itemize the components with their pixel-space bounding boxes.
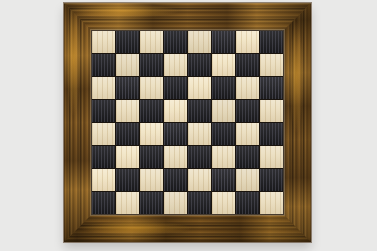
- board-frame-top: [64, 3, 311, 30]
- square-d6: [164, 77, 187, 99]
- board-frame-right: [284, 3, 311, 242]
- square-d8: [164, 31, 187, 53]
- board-frame-bottom: [64, 215, 311, 242]
- square-b8: [116, 31, 139, 53]
- square-d7: [164, 54, 187, 76]
- square-c8: [140, 31, 163, 53]
- square-e8: [188, 31, 211, 53]
- square-b7: [116, 54, 139, 76]
- square-b4: [116, 123, 139, 145]
- square-h5: [260, 100, 283, 122]
- square-f8: [212, 31, 235, 53]
- square-a1: [92, 192, 115, 214]
- square-g5: [236, 100, 259, 122]
- square-f4: [212, 123, 235, 145]
- square-b3: [116, 146, 139, 168]
- square-b1: [116, 192, 139, 214]
- square-b2: [116, 169, 139, 191]
- square-e3: [188, 146, 211, 168]
- square-a7: [92, 54, 115, 76]
- square-g1: [236, 192, 259, 214]
- square-h1: [260, 192, 283, 214]
- square-h4: [260, 123, 283, 145]
- square-c6: [140, 77, 163, 99]
- square-d5: [164, 100, 187, 122]
- square-c3: [140, 146, 163, 168]
- square-d2: [164, 169, 187, 191]
- square-f7: [212, 54, 235, 76]
- square-b6: [116, 77, 139, 99]
- square-f5: [212, 100, 235, 122]
- square-a8: [92, 31, 115, 53]
- square-h8: [260, 31, 283, 53]
- board-frame-left: [64, 3, 91, 242]
- square-c5: [140, 100, 163, 122]
- square-g7: [236, 54, 259, 76]
- square-b5: [116, 100, 139, 122]
- square-g6: [236, 77, 259, 99]
- square-a5: [92, 100, 115, 122]
- square-g8: [236, 31, 259, 53]
- square-a4: [92, 123, 115, 145]
- square-c1: [140, 192, 163, 214]
- square-h6: [260, 77, 283, 99]
- square-c2: [140, 169, 163, 191]
- square-e7: [188, 54, 211, 76]
- square-c4: [140, 123, 163, 145]
- square-g3: [236, 146, 259, 168]
- square-e2: [188, 169, 211, 191]
- square-h3: [260, 146, 283, 168]
- square-e5: [188, 100, 211, 122]
- square-f2: [212, 169, 235, 191]
- square-g2: [236, 169, 259, 191]
- square-d1: [164, 192, 187, 214]
- square-f6: [212, 77, 235, 99]
- square-e4: [188, 123, 211, 145]
- playfield: [91, 30, 284, 215]
- square-g4: [236, 123, 259, 145]
- square-h7: [260, 54, 283, 76]
- square-d3: [164, 146, 187, 168]
- square-f1: [212, 192, 235, 214]
- photo-background: [0, 0, 377, 251]
- square-e6: [188, 77, 211, 99]
- square-a2: [92, 169, 115, 191]
- square-c7: [140, 54, 163, 76]
- square-a6: [92, 77, 115, 99]
- square-h2: [260, 169, 283, 191]
- square-a3: [92, 146, 115, 168]
- square-d4: [164, 123, 187, 145]
- chess-board: [64, 3, 311, 242]
- square-e1: [188, 192, 211, 214]
- square-f3: [212, 146, 235, 168]
